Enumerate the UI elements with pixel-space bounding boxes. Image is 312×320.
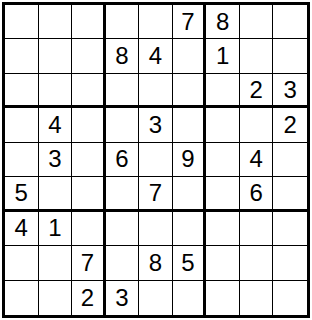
cell-r8c7[interactable]: [206, 246, 240, 280]
cell-r4c3[interactable]: [72, 108, 106, 142]
cell-r1c7[interactable]: 8: [206, 5, 240, 39]
cell-r6c7[interactable]: [206, 177, 240, 211]
cell-r3c8[interactable]: 2: [240, 74, 274, 108]
cell-r2c6[interactable]: [173, 39, 207, 73]
cell-r7c2[interactable]: 1: [39, 212, 73, 246]
cell-r7c9[interactable]: [273, 212, 307, 246]
cell-r5c6[interactable]: 9: [173, 143, 207, 177]
cell-r8c6[interactable]: 5: [173, 246, 207, 280]
cell-r2c5[interactable]: 4: [139, 39, 173, 73]
cell-r9c8[interactable]: [240, 281, 274, 315]
sudoku-board: 788412343236945764178523: [2, 2, 310, 318]
cell-r2c9[interactable]: [273, 39, 307, 73]
cell-r9c6[interactable]: [173, 281, 207, 315]
cell-r1c6[interactable]: 7: [173, 5, 207, 39]
cell-r9c1[interactable]: [5, 281, 39, 315]
cell-r8c8[interactable]: [240, 246, 274, 280]
cell-r3c7[interactable]: [206, 74, 240, 108]
cell-r4c2[interactable]: 4: [39, 108, 73, 142]
cell-r4c9[interactable]: 2: [273, 108, 307, 142]
cell-r8c9[interactable]: [273, 246, 307, 280]
cell-r6c8[interactable]: 6: [240, 177, 274, 211]
cell-r2c2[interactable]: [39, 39, 73, 73]
cell-r3c4[interactable]: [106, 74, 140, 108]
cell-r8c2[interactable]: [39, 246, 73, 280]
cell-r3c5[interactable]: [139, 74, 173, 108]
cell-r3c9[interactable]: 3: [273, 74, 307, 108]
cell-r4c5[interactable]: 3: [139, 108, 173, 142]
cell-r4c8[interactable]: [240, 108, 274, 142]
cell-r9c4[interactable]: 3: [106, 281, 140, 315]
cell-r1c2[interactable]: [39, 5, 73, 39]
cell-r2c8[interactable]: [240, 39, 274, 73]
cell-r6c2[interactable]: [39, 177, 73, 211]
cell-r1c9[interactable]: [273, 5, 307, 39]
cell-r5c7[interactable]: [206, 143, 240, 177]
cell-r5c8[interactable]: 4: [240, 143, 274, 177]
cell-r2c4[interactable]: 8: [106, 39, 140, 73]
cell-r9c5[interactable]: [139, 281, 173, 315]
cell-r2c1[interactable]: [5, 39, 39, 73]
cell-r7c4[interactable]: [106, 212, 140, 246]
cell-r4c6[interactable]: [173, 108, 207, 142]
cell-r5c4[interactable]: 6: [106, 143, 140, 177]
cell-r4c1[interactable]: [5, 108, 39, 142]
cell-r6c9[interactable]: [273, 177, 307, 211]
cell-r3c3[interactable]: [72, 74, 106, 108]
cell-r3c1[interactable]: [5, 74, 39, 108]
cell-r1c1[interactable]: [5, 5, 39, 39]
cell-r7c6[interactable]: [173, 212, 207, 246]
cell-r8c4[interactable]: [106, 246, 140, 280]
cell-r6c5[interactable]: 7: [139, 177, 173, 211]
cell-r7c1[interactable]: 4: [5, 212, 39, 246]
cell-r5c5[interactable]: [139, 143, 173, 177]
cell-r4c4[interactable]: [106, 108, 140, 142]
cell-r5c3[interactable]: [72, 143, 106, 177]
cell-r7c5[interactable]: [139, 212, 173, 246]
cell-r9c7[interactable]: [206, 281, 240, 315]
cell-r1c5[interactable]: [139, 5, 173, 39]
cell-r7c3[interactable]: [72, 212, 106, 246]
cell-r8c1[interactable]: [5, 246, 39, 280]
cell-r4c7[interactable]: [206, 108, 240, 142]
cell-r9c2[interactable]: [39, 281, 73, 315]
cell-r6c1[interactable]: 5: [5, 177, 39, 211]
cell-r8c3[interactable]: 7: [72, 246, 106, 280]
cell-r6c6[interactable]: [173, 177, 207, 211]
cell-r5c2[interactable]: 3: [39, 143, 73, 177]
cell-r5c1[interactable]: [5, 143, 39, 177]
cell-r3c6[interactable]: [173, 74, 207, 108]
cell-r1c3[interactable]: [72, 5, 106, 39]
cell-r1c8[interactable]: [240, 5, 274, 39]
cell-r8c5[interactable]: 8: [139, 246, 173, 280]
cell-r6c4[interactable]: [106, 177, 140, 211]
cell-r1c4[interactable]: [106, 5, 140, 39]
cell-r7c8[interactable]: [240, 212, 274, 246]
cell-r9c9[interactable]: [273, 281, 307, 315]
page: 788412343236945764178523: [0, 0, 312, 320]
cell-r9c3[interactable]: 2: [72, 281, 106, 315]
cell-r5c9[interactable]: [273, 143, 307, 177]
cell-r7c7[interactable]: [206, 212, 240, 246]
cell-r6c3[interactable]: [72, 177, 106, 211]
cell-r2c7[interactable]: 1: [206, 39, 240, 73]
cell-r3c2[interactable]: [39, 74, 73, 108]
cell-r2c3[interactable]: [72, 39, 106, 73]
